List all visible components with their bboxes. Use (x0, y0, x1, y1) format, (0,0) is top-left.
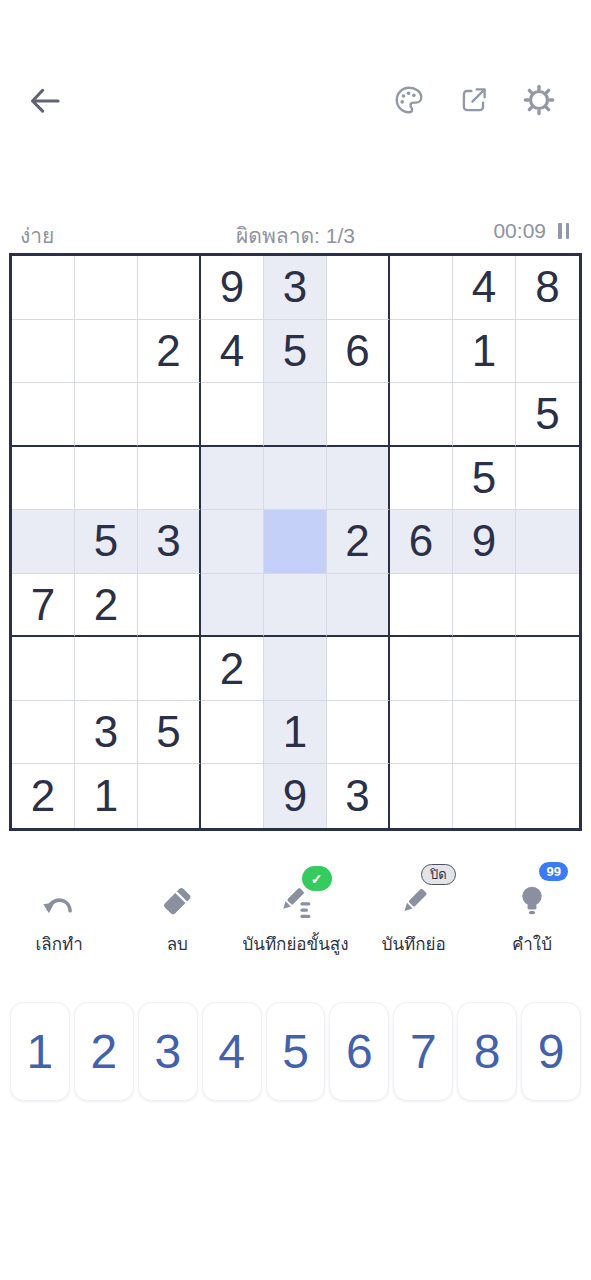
cell-r5c1[interactable] (12, 510, 75, 574)
cell-r4c4[interactable] (201, 447, 264, 511)
numpad-key-4[interactable]: 4 (202, 1002, 262, 1101)
cell-r4c7[interactable] (390, 447, 453, 511)
numpad-key-9[interactable]: 9 (521, 1002, 581, 1101)
cell-r5c2[interactable]: 5 (75, 510, 138, 574)
numpad: 123456789 (10, 1002, 581, 1101)
cell-r1c4[interactable]: 9 (201, 256, 264, 320)
cell-r5c9[interactable] (516, 510, 579, 574)
cell-r4c8[interactable]: 5 (453, 447, 516, 511)
cell-r8c8[interactable] (453, 701, 516, 765)
advanced-notes-on-badge: ✓ (302, 866, 332, 891)
cell-r9c9[interactable] (516, 764, 579, 828)
sudoku-app-screen: ง่าย ผิดพลาด: 1/3 00:09 9348245615553269… (0, 0, 591, 1280)
cell-r3c6[interactable] (327, 383, 390, 447)
cell-r5c3[interactable]: 3 (138, 510, 201, 574)
cell-r6c1[interactable]: 7 (12, 574, 75, 638)
cell-r1c8[interactable]: 4 (453, 256, 516, 320)
cell-r6c5[interactable] (264, 574, 327, 638)
settings-button[interactable] (522, 83, 556, 117)
cell-r1c6[interactable] (327, 256, 390, 320)
cell-r1c3[interactable] (138, 256, 201, 320)
cell-r6c8[interactable] (453, 574, 516, 638)
cell-r2c8[interactable]: 1 (453, 320, 516, 384)
cell-r2c2[interactable] (75, 320, 138, 384)
status-bar: ง่าย ผิดพลาด: 1/3 00:09 (20, 214, 571, 248)
notes-off-badge: ปิด (421, 864, 456, 885)
cell-r3c2[interactable] (75, 383, 138, 447)
cell-r7c6[interactable] (327, 637, 390, 701)
cell-r7c9[interactable] (516, 637, 579, 701)
timer: 00:09 (493, 219, 546, 243)
cell-r5c8[interactable]: 9 (453, 510, 516, 574)
mistakes-counter: ผิดพลาด: 1/3 (20, 219, 571, 252)
cell-r2c5[interactable]: 5 (264, 320, 327, 384)
cell-r4c9[interactable] (516, 447, 579, 511)
cell-r3c8[interactable] (453, 383, 516, 447)
cell-r5c6[interactable]: 2 (327, 510, 390, 574)
cell-r7c7[interactable] (390, 637, 453, 701)
cell-r1c2[interactable] (75, 256, 138, 320)
cell-r3c4[interactable] (201, 383, 264, 447)
cell-r3c9[interactable]: 5 (516, 383, 579, 447)
cell-r7c1[interactable] (12, 637, 75, 701)
cell-r2c9[interactable] (516, 320, 579, 384)
lightbulb-icon (513, 881, 551, 924)
cell-r8c4[interactable] (201, 701, 264, 765)
cell-r7c8[interactable] (453, 637, 516, 701)
cell-r3c1[interactable] (12, 383, 75, 447)
cell-r2c4[interactable]: 4 (201, 320, 264, 384)
cell-r1c9[interactable]: 8 (516, 256, 579, 320)
cell-r8c5[interactable]: 1 (264, 701, 327, 765)
cell-r4c1[interactable] (12, 447, 75, 511)
share-button[interactable] (457, 83, 491, 117)
gear-icon (522, 105, 556, 120)
cell-r1c7[interactable] (390, 256, 453, 320)
theme-palette-button[interactable] (392, 83, 426, 117)
cell-r9c8[interactable] (453, 764, 516, 828)
cell-r9c1[interactable]: 2 (12, 764, 75, 828)
hint-count-badge: 99 (539, 862, 567, 881)
notes-label: บันทึกย่อ (382, 930, 446, 957)
cell-r2c3[interactable]: 2 (138, 320, 201, 384)
sudoku-board: 93482456155532697223512193 (9, 253, 582, 831)
cell-r8c7[interactable] (390, 701, 453, 765)
cell-r6c3[interactable] (138, 574, 201, 638)
cell-r5c5[interactable] (264, 510, 327, 574)
hint-label: คำใบ้ (512, 930, 552, 957)
advanced-notes-label: บันทึกย่อขั้นสูง (243, 930, 349, 957)
cell-r6c9[interactable] (516, 574, 579, 638)
cell-r4c5[interactable] (264, 447, 327, 511)
cell-r6c7[interactable] (390, 574, 453, 638)
cell-r1c5[interactable]: 3 (264, 256, 327, 320)
cell-r1c1[interactable] (12, 256, 75, 320)
cell-r2c6[interactable]: 6 (327, 320, 390, 384)
pause-icon (558, 223, 562, 239)
numpad-key-3[interactable]: 3 (138, 1002, 198, 1101)
cell-r4c6[interactable] (327, 447, 390, 511)
cell-r7c3[interactable] (138, 637, 201, 701)
cell-r3c5[interactable] (264, 383, 327, 447)
pause-button[interactable] (556, 221, 571, 241)
header-bar (0, 80, 591, 124)
cell-r3c3[interactable] (138, 383, 201, 447)
erase-button[interactable]: ลบ (118, 872, 236, 957)
cell-r5c7[interactable]: 6 (390, 510, 453, 574)
cell-r9c6[interactable]: 3 (327, 764, 390, 828)
numpad-key-7[interactable]: 7 (393, 1002, 453, 1101)
undo-button[interactable]: เลิกทำ (0, 872, 118, 957)
palette-icon (392, 105, 426, 120)
share-icon (457, 105, 491, 120)
notes-pencil-icon (394, 881, 434, 924)
cell-r6c6[interactable] (327, 574, 390, 638)
cell-r3c7[interactable] (390, 383, 453, 447)
cell-r9c4[interactable] (201, 764, 264, 828)
numpad-key-6[interactable]: 6 (329, 1002, 389, 1101)
cell-r6c2[interactable]: 2 (75, 574, 138, 638)
check-icon: ✓ (311, 871, 323, 887)
cell-r2c7[interactable] (390, 320, 453, 384)
cell-r8c9[interactable] (516, 701, 579, 765)
cell-r8c3[interactable]: 5 (138, 701, 201, 765)
cell-r7c5[interactable] (264, 637, 327, 701)
cell-r8c2[interactable]: 3 (75, 701, 138, 765)
advanced-notes-button[interactable]: ✓ บันทึกย่อขั้นสูง (236, 872, 354, 957)
arrow-left-icon (26, 108, 64, 123)
cell-r2c1[interactable] (12, 320, 75, 384)
hint-button[interactable]: 99 คำใบ้ (473, 872, 591, 957)
toolbar: เลิกทำ ลบ (0, 872, 591, 957)
cell-r5c4[interactable] (201, 510, 264, 574)
numpad-key-8[interactable]: 8 (457, 1002, 517, 1101)
cell-r9c5[interactable]: 9 (264, 764, 327, 828)
cell-r7c4[interactable]: 2 (201, 637, 264, 701)
back-button[interactable] (26, 82, 64, 120)
undo-icon (38, 887, 80, 924)
eraser-icon (157, 881, 197, 924)
cell-r4c3[interactable] (138, 447, 201, 511)
cell-r7c2[interactable] (75, 637, 138, 701)
cell-r8c6[interactable] (327, 701, 390, 765)
undo-label: เลิกทำ (35, 930, 82, 957)
cell-r9c3[interactable] (138, 764, 201, 828)
cell-r6c4[interactable] (201, 574, 264, 638)
erase-label: ลบ (167, 930, 188, 957)
numpad-key-2[interactable]: 2 (74, 1002, 134, 1101)
cell-r8c1[interactable] (12, 701, 75, 765)
numpad-key-5[interactable]: 5 (266, 1002, 326, 1101)
cell-r9c7[interactable] (390, 764, 453, 828)
cell-r9c2[interactable]: 1 (75, 764, 138, 828)
cell-r4c2[interactable] (75, 447, 138, 511)
notes-button[interactable]: ปิด บันทึกย่อ (355, 872, 473, 957)
numpad-key-1[interactable]: 1 (10, 1002, 70, 1101)
